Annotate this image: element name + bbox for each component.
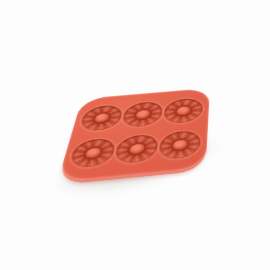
- silicone-mold: [50, 70, 231, 192]
- mold-cavity: [157, 129, 202, 161]
- mold-cavity: [78, 104, 125, 133]
- mold-cavity: [120, 100, 164, 128]
- mold-cavity: [162, 97, 204, 125]
- product-photo: [0, 0, 270, 270]
- mold-body: [57, 88, 210, 182]
- mold-cavity: [113, 133, 160, 165]
- mold-cavity: [67, 137, 117, 170]
